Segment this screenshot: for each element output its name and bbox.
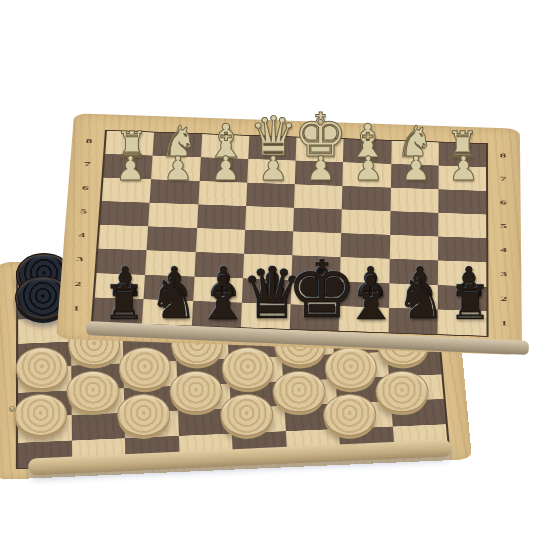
chess-rank-label-right-6: 6 bbox=[492, 198, 514, 205]
chess-square-g4 bbox=[389, 235, 438, 261]
chess-rank-label-left-5: 5 bbox=[72, 207, 95, 214]
chess-square-e2 bbox=[291, 280, 341, 306]
chess-square-b3 bbox=[145, 250, 195, 276]
checkers-square-r5c7 bbox=[388, 374, 443, 401]
checkers-square-r6c6 bbox=[337, 401, 392, 428]
chess-rank-label-left-7: 7 bbox=[76, 160, 99, 167]
chess-square-e6 bbox=[294, 184, 343, 209]
checkers-square-r6c2 bbox=[124, 411, 178, 438]
chess-square-e5 bbox=[293, 208, 342, 233]
chess-square-c7 bbox=[199, 157, 248, 182]
checkers-square-r5c0 bbox=[18, 390, 71, 417]
checkers-square-r4c5 bbox=[281, 354, 335, 381]
chess-square-e8 bbox=[296, 138, 344, 163]
chess-square-g8 bbox=[391, 141, 439, 166]
chess-rank-label-left-8: 8 bbox=[78, 137, 101, 144]
chess-square-e4 bbox=[292, 231, 341, 257]
checkers-square-r6c5 bbox=[284, 404, 339, 431]
chess-square-e1 bbox=[290, 304, 340, 330]
chess-rank-label-left-6: 6 bbox=[74, 184, 97, 191]
chess-square-c2 bbox=[193, 276, 243, 302]
checkers-square-r6c0 bbox=[18, 415, 71, 442]
chess-square-g3 bbox=[389, 259, 438, 285]
chess-rank-label-left-2: 2 bbox=[67, 280, 90, 288]
chess-square-d1 bbox=[241, 303, 291, 329]
chess-square-d2 bbox=[242, 278, 292, 304]
chess-square-a4 bbox=[98, 225, 148, 251]
chess-rank-label-right-4: 4 bbox=[492, 246, 515, 253]
chess-square-f7 bbox=[343, 162, 391, 187]
chess-square-h5 bbox=[438, 213, 486, 239]
chess-square-g5 bbox=[390, 211, 438, 237]
chess-rank-label-right-3: 3 bbox=[492, 270, 515, 277]
chess-board-grid bbox=[93, 131, 487, 336]
checkers-square-r6c3 bbox=[178, 408, 232, 435]
chess-square-a1 bbox=[93, 297, 144, 323]
chess-square-b4 bbox=[147, 226, 197, 252]
chess-square-b6 bbox=[150, 179, 199, 204]
checkers-square-r3c1 bbox=[70, 339, 123, 366]
chess-square-e3 bbox=[291, 255, 340, 281]
chess-board: 8877665544332211ABCDEFGH bbox=[56, 113, 522, 355]
chess-square-f8 bbox=[343, 139, 391, 164]
chess-square-h6 bbox=[438, 189, 486, 214]
chess-board-labels: 8877665544332211ABCDEFGH bbox=[74, 113, 520, 129]
checkers-square-r5c6 bbox=[336, 376, 391, 403]
chess-square-c8 bbox=[200, 134, 249, 159]
checkers-square-r5c5 bbox=[283, 379, 338, 406]
chess-square-f5 bbox=[341, 209, 390, 235]
checkers-square-r6c1 bbox=[71, 413, 125, 440]
chess-rank-label-right-2: 2 bbox=[493, 295, 516, 303]
checkers-square-r3c0 bbox=[18, 341, 71, 368]
chess-square-h3 bbox=[438, 261, 487, 287]
chess-rank-label-left-4: 4 bbox=[70, 231, 93, 238]
chess-rank-label-right-5: 5 bbox=[492, 222, 514, 229]
chess-square-a3 bbox=[97, 249, 147, 275]
chess-square-c4 bbox=[195, 228, 245, 254]
chess-square-f1 bbox=[339, 306, 389, 332]
chess-square-d5 bbox=[245, 206, 294, 231]
chess-rank-label-right-1: 1 bbox=[493, 319, 516, 327]
chess-square-a8 bbox=[105, 131, 154, 156]
checkers-square-r4c7 bbox=[387, 350, 442, 377]
chess-square-g7 bbox=[390, 164, 438, 189]
chess-rank-label-right-8: 8 bbox=[492, 152, 514, 159]
checkers-square-r4c0 bbox=[18, 366, 71, 393]
checkers-square-r5c3 bbox=[177, 383, 231, 410]
chess-square-b2 bbox=[144, 275, 194, 301]
checkers-square-r4c2 bbox=[123, 361, 176, 388]
chess-square-e7 bbox=[295, 161, 343, 186]
chess-square-h2 bbox=[437, 285, 486, 311]
chess-square-a5 bbox=[100, 201, 150, 226]
chess-square-a2 bbox=[95, 273, 146, 299]
checkers-square-r5c2 bbox=[124, 386, 178, 413]
chess-square-d3 bbox=[243, 254, 293, 280]
chess-square-c1 bbox=[191, 301, 241, 327]
chess-square-h8 bbox=[438, 142, 486, 167]
chess-square-h4 bbox=[438, 236, 486, 262]
checkers-square-r5c1 bbox=[71, 388, 124, 415]
chess-square-a7 bbox=[104, 154, 153, 179]
chess-square-b8 bbox=[153, 133, 202, 158]
chess-square-d8 bbox=[248, 136, 296, 161]
chess-square-a6 bbox=[102, 177, 152, 202]
checkers-square-r6c7 bbox=[390, 399, 445, 426]
checkers-square-r4c4 bbox=[229, 357, 283, 384]
chess-square-h7 bbox=[438, 166, 486, 191]
chess-square-c6 bbox=[198, 181, 247, 206]
chess-square-b5 bbox=[148, 203, 198, 228]
chess-square-g6 bbox=[390, 187, 438, 212]
chess-rank-label-left-1: 1 bbox=[65, 304, 88, 312]
chess-square-b1 bbox=[142, 299, 193, 325]
chess-rank-label-right-7: 7 bbox=[492, 175, 514, 182]
product-photo: © 8877665544332211ABCDEFGH ♜♞♝♛♚♝♞♜♟♟♟♟♟… bbox=[0, 0, 550, 550]
chess-square-c3 bbox=[194, 252, 244, 278]
chess-square-d4 bbox=[244, 230, 293, 256]
chess-square-d7 bbox=[247, 159, 296, 184]
chess-square-g1 bbox=[388, 308, 437, 334]
chess-square-d6 bbox=[246, 182, 295, 207]
chess-square-f3 bbox=[340, 257, 389, 283]
checkers-square-r4c1 bbox=[71, 363, 124, 390]
chess-square-b7 bbox=[151, 156, 200, 181]
checkers-square-r6c4 bbox=[231, 406, 286, 433]
chess-square-f6 bbox=[342, 186, 390, 211]
checkers-square-r5c4 bbox=[230, 381, 284, 408]
brand-stamp: © bbox=[7, 403, 17, 413]
chess-square-f4 bbox=[341, 233, 390, 259]
chess-square-g2 bbox=[389, 283, 438, 309]
checkers-square-r4c6 bbox=[334, 352, 389, 379]
chess-square-h1 bbox=[437, 309, 486, 335]
chess-rank-label-left-3: 3 bbox=[68, 255, 91, 262]
chess-square-c5 bbox=[197, 204, 246, 229]
checkers-square-r4c3 bbox=[176, 359, 230, 386]
chess-square-f2 bbox=[340, 281, 389, 307]
